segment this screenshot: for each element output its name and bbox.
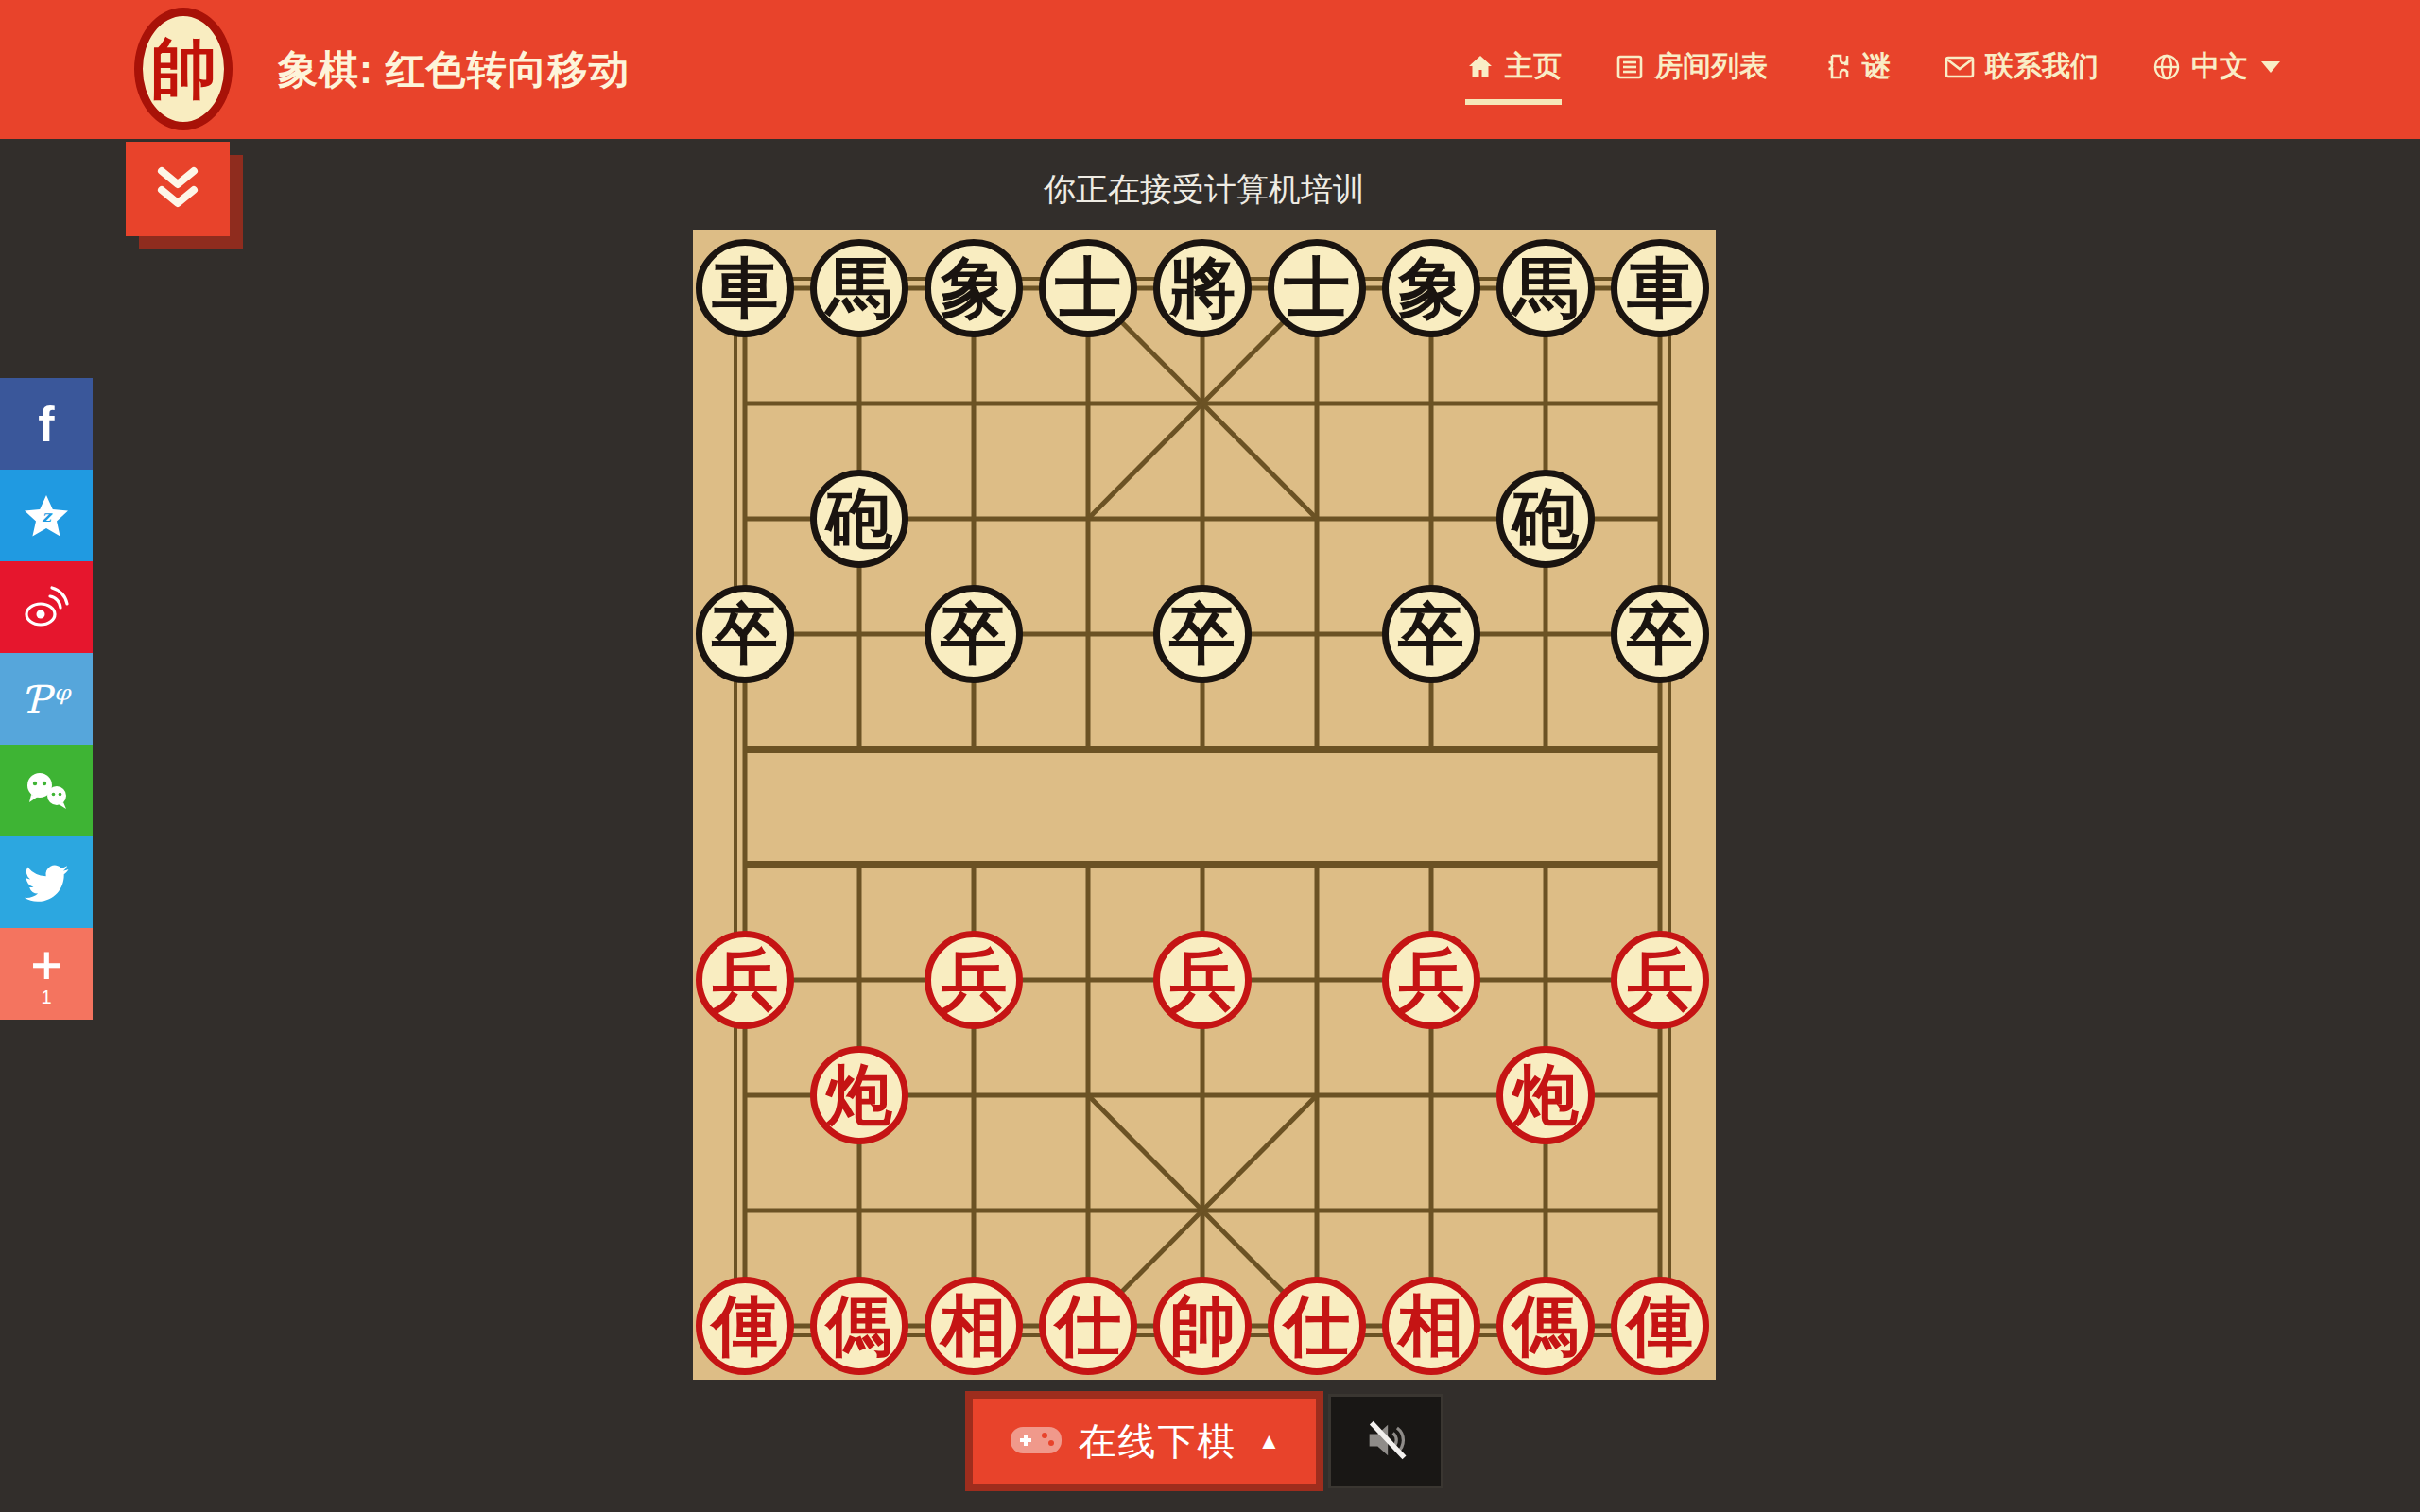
footer-controls: 在线下棋 ▲	[693, 1391, 1716, 1491]
board-point[interactable]	[1260, 1038, 1374, 1153]
muted-speaker-icon	[1361, 1416, 1410, 1468]
black-piece[interactable]: 將	[1153, 239, 1252, 337]
board-point[interactable]: 相	[917, 1268, 1031, 1383]
board-point[interactable]	[1146, 1038, 1260, 1153]
board-points-grid: 車馬象士將士象馬車砲砲卒卒卒卒卒兵兵兵兵兵炮炮俥傌相仕帥仕相傌俥	[688, 231, 1718, 1383]
black-piece[interactable]: 卒	[1611, 585, 1709, 683]
board-point[interactable]	[1146, 346, 1260, 461]
black-piece[interactable]: 卒	[1153, 585, 1252, 683]
sound-toggle-button[interactable]	[1328, 1394, 1443, 1488]
play-online-label: 在线下棋	[1079, 1416, 1237, 1468]
black-piece[interactable]: 士	[1039, 239, 1137, 337]
black-piece[interactable]: 卒	[1382, 585, 1480, 683]
black-piece[interactable]: 砲	[810, 470, 908, 568]
home-icon	[1465, 52, 1495, 82]
board-point[interactable]: 帥	[1146, 1268, 1260, 1383]
board-point[interactable]: 兵	[688, 922, 803, 1038]
collapse-panel-button[interactable]	[126, 142, 230, 236]
board-point[interactable]	[1374, 692, 1489, 807]
board-point[interactable]	[803, 576, 917, 692]
qzone-share-icon[interactable]: z	[0, 470, 93, 561]
nav-item-home[interactable]: 主页	[1465, 34, 1562, 105]
board-point[interactable]	[1031, 346, 1146, 461]
black-piece[interactable]: 馬	[1496, 239, 1595, 337]
puzzle-icon	[1821, 51, 1853, 83]
nav-label: 谜	[1862, 47, 1891, 86]
nav-item-puzzle[interactable]: 谜	[1821, 34, 1891, 105]
facebook-share-icon[interactable]: f	[0, 378, 93, 470]
red-piece[interactable]: 帥	[1153, 1277, 1252, 1375]
red-piece[interactable]: 炮	[1496, 1046, 1595, 1144]
gamepad-icon	[1009, 1420, 1063, 1463]
board-point[interactable]	[1260, 922, 1374, 1038]
board-point[interactable]: 砲	[1489, 461, 1603, 576]
board-point[interactable]	[1146, 807, 1260, 922]
board-point[interactable]	[1603, 461, 1718, 576]
caret-up-icon: ▲	[1258, 1428, 1281, 1454]
nav-item-rooms-list[interactable]: 房间列表	[1615, 34, 1768, 105]
black-piece[interactable]: 士	[1268, 239, 1366, 337]
board-point[interactable]: 馬	[1489, 231, 1603, 346]
board-point[interactable]: 馬	[803, 231, 917, 346]
nav-label: 主页	[1505, 47, 1562, 86]
board-point[interactable]	[1489, 692, 1603, 807]
red-piece[interactable]: 仕	[1039, 1277, 1137, 1375]
board-point[interactable]	[1489, 1153, 1603, 1268]
board-point[interactable]: 卒	[688, 576, 803, 692]
board-point[interactable]: 砲	[803, 461, 917, 576]
share-sidebar: f z Ƥᵠ ＋	[0, 378, 93, 1020]
red-piece[interactable]: 相	[1382, 1277, 1480, 1375]
board-point[interactable]: 俥	[688, 1268, 803, 1383]
board-point[interactable]	[1260, 576, 1374, 692]
board-point[interactable]: 相	[1374, 1268, 1489, 1383]
caret-down-icon	[2261, 61, 2280, 73]
red-piece[interactable]: 傌	[810, 1277, 908, 1375]
board-point[interactable]	[688, 692, 803, 807]
black-piece[interactable]: 象	[1382, 239, 1480, 337]
board-point[interactable]	[1374, 346, 1489, 461]
red-piece[interactable]: 兵	[1611, 931, 1709, 1029]
board-point[interactable]: 兵	[1374, 922, 1489, 1038]
board-point[interactable]	[1260, 807, 1374, 922]
globe-icon	[2152, 52, 2182, 82]
board-point[interactable]: 俥	[1603, 1268, 1718, 1383]
board-point[interactable]	[1031, 922, 1146, 1038]
board-point[interactable]	[1603, 346, 1718, 461]
black-piece[interactable]: 卒	[925, 585, 1023, 683]
logo-general-piece-icon: 帥	[150, 36, 216, 102]
board-point[interactable]: 仕	[1260, 1268, 1374, 1383]
nav-label: 联系我们	[1985, 47, 2099, 86]
board-point[interactable]	[1031, 692, 1146, 807]
play-online-button[interactable]: 在线下棋 ▲	[965, 1391, 1324, 1491]
board-point[interactable]	[1489, 922, 1603, 1038]
board-point[interactable]	[1603, 692, 1718, 807]
board-point[interactable]	[1374, 1153, 1489, 1268]
red-piece[interactable]: 兵	[696, 931, 794, 1029]
black-piece[interactable]: 象	[925, 239, 1023, 337]
board-point[interactable]	[917, 346, 1031, 461]
board-point[interactable]	[1374, 461, 1489, 576]
black-piece[interactable]: 馬	[810, 239, 908, 337]
board-point[interactable]	[1260, 692, 1374, 807]
board-point[interactable]	[1031, 1038, 1146, 1153]
board-point[interactable]	[1146, 1153, 1260, 1268]
board-point[interactable]	[688, 461, 803, 576]
board-point[interactable]: 仕	[1031, 1268, 1146, 1383]
black-piece[interactable]: 車	[1611, 239, 1709, 337]
weibo-share-icon[interactable]	[0, 561, 93, 653]
board-point[interactable]: 士	[1260, 231, 1374, 346]
nav-item-language[interactable]: 中文	[2152, 34, 2280, 105]
board-point[interactable]: 士	[1031, 231, 1146, 346]
red-piece[interactable]: 兵	[1153, 931, 1252, 1029]
board-point[interactable]	[1031, 807, 1146, 922]
black-piece[interactable]: 砲	[1496, 470, 1595, 568]
board-point[interactable]	[1260, 1153, 1374, 1268]
board-point[interactable]	[1260, 346, 1374, 461]
board-point[interactable]: 傌	[803, 1268, 917, 1383]
page-title: 象棋: 红色转向移动	[278, 0, 630, 139]
tencent-weibo-share-icon[interactable]: Ƥᵠ	[0, 653, 93, 745]
board-point[interactable]	[1489, 807, 1603, 922]
board-point[interactable]	[688, 1153, 803, 1268]
board-point[interactable]	[688, 346, 803, 461]
envelope-icon	[1944, 52, 1976, 82]
share-count-badge: 1	[41, 988, 51, 1006]
board-point[interactable]: 卒	[1374, 576, 1489, 692]
xiangqi-board: 車馬象士將士象馬車砲砲卒卒卒卒卒兵兵兵兵兵炮炮俥傌相仕帥仕相傌俥	[693, 230, 1716, 1380]
board-point[interactable]	[917, 1038, 1031, 1153]
board-point[interactable]	[917, 1153, 1031, 1268]
board-point[interactable]	[1603, 1038, 1718, 1153]
board-point[interactable]	[1374, 1038, 1489, 1153]
black-piece[interactable]: 卒	[696, 585, 794, 683]
red-piece[interactable]: 兵	[925, 931, 1023, 1029]
board-point[interactable]	[1374, 807, 1489, 922]
black-piece[interactable]: 車	[696, 239, 794, 337]
board-point[interactable]	[1489, 346, 1603, 461]
training-status-text: 你正在接受计算机培训	[693, 168, 1716, 212]
board-point[interactable]	[803, 807, 917, 922]
double-chevron-down-icon	[152, 163, 203, 215]
board-point[interactable]: 象	[917, 231, 1031, 346]
board-point[interactable]	[803, 922, 917, 1038]
board-point[interactable]	[1603, 1153, 1718, 1268]
board-point[interactable]	[1260, 461, 1374, 576]
board-point[interactable]	[688, 807, 803, 922]
board-point[interactable]: 兵	[1603, 922, 1718, 1038]
board-point[interactable]	[1603, 807, 1718, 922]
board-point[interactable]: 卒	[917, 576, 1031, 692]
board-point[interactable]	[917, 461, 1031, 576]
board-point[interactable]	[803, 346, 917, 461]
rooms-list-icon	[1615, 52, 1645, 82]
board-point[interactable]	[917, 692, 1031, 807]
red-piece[interactable]: 俥	[696, 1277, 794, 1375]
red-piece[interactable]: 炮	[810, 1046, 908, 1144]
board-point[interactable]	[1489, 576, 1603, 692]
board-point[interactable]	[917, 807, 1031, 922]
nav-label: 房间列表	[1654, 47, 1768, 86]
more-share-icon[interactable]: ＋ 1	[0, 928, 93, 1020]
board-point[interactable]	[1146, 692, 1260, 807]
main-nav: 主页 房间列表 谜	[1465, 0, 2280, 139]
board-point[interactable]	[1031, 576, 1146, 692]
board-point[interactable]: 卒	[1146, 576, 1260, 692]
red-piece[interactable]: 相	[925, 1277, 1023, 1375]
red-piece[interactable]: 仕	[1268, 1277, 1366, 1375]
board-point[interactable]: 兵	[917, 922, 1031, 1038]
board-point[interactable]: 車	[688, 231, 803, 346]
red-piece[interactable]: 兵	[1382, 931, 1480, 1029]
site-logo[interactable]: 帥	[134, 8, 233, 130]
header: 帥 象棋: 红色转向移动 主页 房间列表 谜	[0, 0, 2420, 139]
board-point[interactable]	[1031, 1153, 1146, 1268]
board-point[interactable]: 炮	[803, 1038, 917, 1153]
nav-item-contact[interactable]: 联系我们	[1944, 34, 2099, 105]
twitter-share-icon[interactable]	[0, 836, 93, 928]
board-point[interactable]: 車	[1603, 231, 1718, 346]
wechat-share-icon[interactable]	[0, 745, 93, 836]
board-point[interactable]: 將	[1146, 231, 1260, 346]
nav-label: 中文	[2191, 47, 2248, 86]
board-point[interactable]: 兵	[1146, 922, 1260, 1038]
red-piece[interactable]: 傌	[1496, 1277, 1595, 1375]
red-piece[interactable]: 俥	[1611, 1277, 1709, 1375]
board-point[interactable]	[803, 1153, 917, 1268]
board-point[interactable]: 象	[1374, 231, 1489, 346]
board-point[interactable]	[1031, 461, 1146, 576]
board-point[interactable]	[803, 692, 917, 807]
board-point[interactable]: 炮	[1489, 1038, 1603, 1153]
board-point[interactable]: 傌	[1489, 1268, 1603, 1383]
board-point[interactable]	[1146, 461, 1260, 576]
board-point[interactable]	[688, 1038, 803, 1153]
board-point[interactable]: 卒	[1603, 576, 1718, 692]
